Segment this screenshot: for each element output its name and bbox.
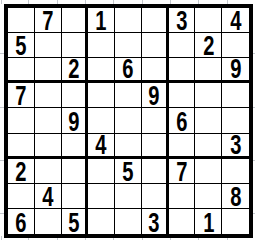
sudoku-cell-r5c6[interactable] bbox=[142, 108, 169, 133]
sudoku-cell-r1c5[interactable] bbox=[115, 8, 142, 33]
sudoku-cell-r2c3[interactable] bbox=[62, 33, 89, 58]
given-digit: 5 bbox=[15, 33, 26, 58]
given-digit: 9 bbox=[68, 108, 79, 133]
given-digit: 8 bbox=[230, 184, 241, 209]
given-digit: 6 bbox=[122, 58, 133, 83]
sudoku-cell-r9c8[interactable]: 1 bbox=[195, 209, 222, 234]
sudoku-board: 713452269799643257486531 bbox=[4, 4, 253, 238]
sudoku-cell-r3c9[interactable]: 9 bbox=[222, 58, 249, 83]
sudoku-cell-r5c7[interactable]: 6 bbox=[169, 108, 196, 133]
sudoku-cell-r1c6[interactable] bbox=[142, 8, 169, 33]
sudoku-cell-r8c5[interactable] bbox=[115, 184, 142, 209]
sudoku-cell-r2c7[interactable] bbox=[169, 33, 196, 58]
sudoku-cell-r6c7[interactable] bbox=[169, 134, 196, 159]
sudoku-cell-r8c1[interactable] bbox=[8, 184, 35, 209]
sudoku-cell-r2c8[interactable]: 2 bbox=[195, 33, 222, 58]
sudoku-cell-r3c4[interactable] bbox=[88, 58, 115, 83]
sudoku-cell-r9c4[interactable] bbox=[88, 209, 115, 234]
given-digit: 1 bbox=[203, 209, 214, 234]
sudoku-cell-r9c5[interactable] bbox=[115, 209, 142, 234]
given-digit: 9 bbox=[230, 58, 241, 83]
sudoku-cell-r3c6[interactable] bbox=[142, 58, 169, 83]
sudoku-cell-r9c2[interactable] bbox=[35, 209, 62, 234]
sudoku-cell-r4c8[interactable] bbox=[195, 83, 222, 108]
sudoku-cell-r6c1[interactable] bbox=[8, 134, 35, 159]
sudoku-cell-r1c8[interactable] bbox=[195, 8, 222, 33]
sudoku-cell-r2c6[interactable] bbox=[142, 33, 169, 58]
given-digit: 5 bbox=[122, 159, 133, 184]
given-digit: 6 bbox=[176, 108, 187, 133]
sudoku-cell-r5c1[interactable] bbox=[8, 108, 35, 133]
sudoku-cell-r1c2[interactable]: 7 bbox=[35, 8, 62, 33]
sudoku-cell-r3c8[interactable] bbox=[195, 58, 222, 83]
sudoku-cell-r9c6[interactable]: 3 bbox=[142, 209, 169, 234]
sudoku-cell-r7c1[interactable]: 2 bbox=[8, 159, 35, 184]
sudoku-cell-r3c1[interactable] bbox=[8, 58, 35, 83]
sudoku-cell-r6c8[interactable] bbox=[195, 134, 222, 159]
sudoku-cell-r4c4[interactable] bbox=[88, 83, 115, 108]
given-digit: 2 bbox=[68, 58, 79, 83]
sudoku-cell-r5c9[interactable] bbox=[222, 108, 249, 133]
sudoku-cell-r7c2[interactable] bbox=[35, 159, 62, 184]
given-digit: 1 bbox=[96, 8, 107, 33]
sudoku-cell-r4c3[interactable] bbox=[62, 83, 89, 108]
sudoku-cell-r5c5[interactable] bbox=[115, 108, 142, 133]
sudoku-cell-r9c3[interactable]: 5 bbox=[62, 209, 89, 234]
sudoku-cell-r1c7[interactable]: 3 bbox=[169, 8, 196, 33]
sudoku-cell-r6c3[interactable] bbox=[62, 134, 89, 159]
sudoku-cell-r4c5[interactable] bbox=[115, 83, 142, 108]
sudoku-cell-r7c7[interactable]: 7 bbox=[169, 159, 196, 184]
given-digit: 4 bbox=[230, 8, 241, 33]
sudoku-cell-r7c3[interactable] bbox=[62, 159, 89, 184]
sudoku-cell-r3c2[interactable] bbox=[35, 58, 62, 83]
sudoku-cell-r5c8[interactable] bbox=[195, 108, 222, 133]
sudoku-cell-r2c9[interactable] bbox=[222, 33, 249, 58]
sudoku-cell-r5c4[interactable] bbox=[88, 108, 115, 133]
sudoku-cell-r6c5[interactable] bbox=[115, 134, 142, 159]
gridline-tick bbox=[1, 236, 2, 240]
sudoku-cell-r2c4[interactable] bbox=[88, 33, 115, 58]
sudoku-cell-r6c4[interactable]: 4 bbox=[88, 134, 115, 159]
sudoku-cell-r3c7[interactable] bbox=[169, 58, 196, 83]
sudoku-cell-r8c4[interactable] bbox=[88, 184, 115, 209]
sudoku-cell-r8c8[interactable] bbox=[195, 184, 222, 209]
sudoku-cell-r4c9[interactable] bbox=[222, 83, 249, 108]
sudoku-cell-r6c6[interactable] bbox=[142, 134, 169, 159]
sudoku-cell-r7c6[interactable] bbox=[142, 159, 169, 184]
given-digit: 9 bbox=[148, 83, 159, 108]
sudoku-cell-r5c2[interactable] bbox=[35, 108, 62, 133]
sudoku-cell-r9c7[interactable] bbox=[169, 209, 196, 234]
sudoku-cell-r8c9[interactable]: 8 bbox=[222, 184, 249, 209]
given-digit: 3 bbox=[148, 209, 159, 234]
sudoku-cell-r1c3[interactable] bbox=[62, 8, 89, 33]
sudoku-cell-r9c9[interactable] bbox=[222, 209, 249, 234]
sudoku-cell-r2c2[interactable] bbox=[35, 33, 62, 58]
sudoku-cell-r4c7[interactable] bbox=[169, 83, 196, 108]
sudoku-cell-r1c4[interactable]: 1 bbox=[88, 8, 115, 33]
given-digit: 3 bbox=[176, 8, 187, 33]
sudoku-screenshot: { "game": "sudoku", "position": ".7.1..3… bbox=[0, 0, 255, 240]
given-digit: 6 bbox=[15, 209, 26, 234]
sudoku-cell-r4c2[interactable] bbox=[35, 83, 62, 108]
sudoku-cell-r7c9[interactable] bbox=[222, 159, 249, 184]
given-digit: 2 bbox=[15, 159, 26, 184]
sudoku-cell-r4c6[interactable]: 9 bbox=[142, 83, 169, 108]
sudoku-cell-r8c2[interactable]: 4 bbox=[35, 184, 62, 209]
given-digit: 7 bbox=[176, 159, 187, 184]
sudoku-cell-r2c5[interactable] bbox=[115, 33, 142, 58]
given-digit: 4 bbox=[42, 184, 53, 209]
sudoku-cell-r3c5[interactable]: 6 bbox=[115, 58, 142, 83]
sudoku-cell-r1c1[interactable] bbox=[8, 8, 35, 33]
sudoku-cell-r7c4[interactable] bbox=[88, 159, 115, 184]
sudoku-cell-r8c7[interactable] bbox=[169, 184, 196, 209]
given-digit: 7 bbox=[42, 8, 53, 33]
given-digit: 7 bbox=[15, 83, 26, 108]
sudoku-cell-r2c1[interactable]: 5 bbox=[8, 33, 35, 58]
sudoku-cell-r3c3[interactable]: 2 bbox=[62, 58, 89, 83]
sudoku-cell-r6c2[interactable] bbox=[35, 134, 62, 159]
given-digit: 4 bbox=[96, 134, 107, 159]
given-digit: 2 bbox=[203, 33, 214, 58]
sudoku-cell-r4c1[interactable]: 7 bbox=[8, 83, 35, 108]
sudoku-cell-r7c8[interactable] bbox=[195, 159, 222, 184]
given-digit: 5 bbox=[68, 209, 79, 234]
gridline-tick bbox=[1, 0, 2, 4]
sudoku-cell-r8c3[interactable] bbox=[62, 184, 89, 209]
sudoku-cell-r5c3[interactable]: 9 bbox=[62, 108, 89, 133]
sudoku-cell-r8c6[interactable] bbox=[142, 184, 169, 209]
sudoku-cell-r9c1[interactable]: 6 bbox=[8, 209, 35, 234]
sudoku-cell-r6c9[interactable]: 3 bbox=[222, 134, 249, 159]
sudoku-cell-r7c5[interactable]: 5 bbox=[115, 159, 142, 184]
given-digit: 3 bbox=[230, 134, 241, 159]
sudoku-cell-r1c9[interactable]: 4 bbox=[222, 8, 249, 33]
